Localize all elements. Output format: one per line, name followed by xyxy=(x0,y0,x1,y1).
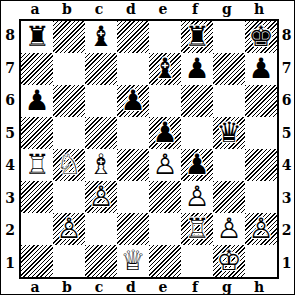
square-d7[interactable] xyxy=(117,53,149,85)
chess-board: ♜♝♜♚♝♟♟♟♟♟♛♖♘♗♙♟♙♙♙♖♙♙♕♔ xyxy=(19,19,279,279)
piece-black-rook: ♜ xyxy=(184,21,209,53)
rank-label-4-right: 4 xyxy=(279,149,294,182)
square-e7[interactable]: ♝ xyxy=(149,53,181,85)
piece-black-pawn: ♟ xyxy=(248,53,273,85)
piece-white-bishop: ♗ xyxy=(88,149,113,181)
file-label-b-bottom: b xyxy=(51,279,83,294)
square-f2[interactable]: ♖ xyxy=(181,213,213,245)
square-c7[interactable] xyxy=(85,53,117,85)
file-label-a-bottom: a xyxy=(19,279,51,294)
file-labels-top: abcdefgh xyxy=(19,1,294,19)
piece-black-queen: ♛ xyxy=(216,117,241,149)
square-f7[interactable]: ♟ xyxy=(181,53,213,85)
square-c4[interactable]: ♗ xyxy=(85,149,117,181)
piece-black-bishop: ♝ xyxy=(152,53,177,85)
piece-white-pawn: ♙ xyxy=(248,213,273,245)
rank-labels-right: 87654321 xyxy=(279,19,294,279)
square-g2[interactable]: ♙ xyxy=(213,213,245,245)
rank-label-7-right: 7 xyxy=(279,52,294,85)
file-label-d-bottom: d xyxy=(115,279,147,294)
square-c2[interactable] xyxy=(85,213,117,245)
square-g6[interactable] xyxy=(213,85,245,117)
board-middle-strip: 87654321 ♜♝♜♚♝♟♟♟♟♟♛♖♘♗♙♟♙♙♙♖♙♙♕♔ 876543… xyxy=(1,19,294,279)
piece-black-rook: ♜ xyxy=(24,21,49,53)
rank-labels-left: 87654321 xyxy=(1,19,19,279)
square-b8[interactable] xyxy=(53,21,85,53)
piece-black-pawn: ♟ xyxy=(184,149,209,181)
file-label-a-top: a xyxy=(19,1,51,19)
square-a8[interactable]: ♜ xyxy=(21,21,53,53)
file-label-e-bottom: e xyxy=(147,279,179,294)
square-d3[interactable] xyxy=(117,181,149,213)
square-g4[interactable] xyxy=(213,149,245,181)
square-h7[interactable]: ♟ xyxy=(245,53,277,85)
square-e5[interactable]: ♟ xyxy=(149,117,181,149)
rank-label-5-left: 5 xyxy=(1,117,19,150)
square-b4[interactable]: ♘ xyxy=(53,149,85,181)
file-label-d-top: d xyxy=(115,1,147,19)
square-g7[interactable] xyxy=(213,53,245,85)
piece-white-pawn: ♙ xyxy=(152,149,177,181)
square-h1[interactable] xyxy=(245,245,277,277)
square-d8[interactable] xyxy=(117,21,149,53)
piece-white-rook: ♖ xyxy=(184,213,209,245)
square-a2[interactable] xyxy=(21,213,53,245)
square-a1[interactable] xyxy=(21,245,53,277)
rank-label-1-left: 1 xyxy=(1,247,19,280)
file-label-e-top: e xyxy=(147,1,179,19)
square-h5[interactable] xyxy=(245,117,277,149)
square-h8[interactable]: ♚ xyxy=(245,21,277,53)
piece-black-bishop: ♝ xyxy=(88,21,113,53)
square-e4[interactable]: ♙ xyxy=(149,149,181,181)
square-c3[interactable]: ♙ xyxy=(85,181,117,213)
rank-label-2-right: 2 xyxy=(279,214,294,247)
rank-label-8-right: 8 xyxy=(279,19,294,52)
rank-label-2-left: 2 xyxy=(1,214,19,247)
square-h4[interactable] xyxy=(245,149,277,181)
piece-white-pawn: ♙ xyxy=(184,181,209,213)
file-label-c-top: c xyxy=(83,1,115,19)
rank-label-1-right: 1 xyxy=(279,247,294,280)
piece-white-rook: ♖ xyxy=(24,149,49,181)
piece-white-queen: ♕ xyxy=(120,245,145,277)
file-label-g-bottom: g xyxy=(211,279,243,294)
file-label-b-top: b xyxy=(51,1,83,19)
square-a7[interactable] xyxy=(21,53,53,85)
square-d5[interactable] xyxy=(117,117,149,149)
square-b1[interactable] xyxy=(53,245,85,277)
square-d4[interactable] xyxy=(117,149,149,181)
square-g3[interactable] xyxy=(213,181,245,213)
square-a4[interactable]: ♖ xyxy=(21,149,53,181)
square-d1[interactable]: ♕ xyxy=(117,245,149,277)
piece-white-king: ♔ xyxy=(216,245,241,277)
rank-label-5-right: 5 xyxy=(279,117,294,150)
piece-black-pawn: ♟ xyxy=(120,85,145,117)
square-e8[interactable] xyxy=(149,21,181,53)
file-label-h-bottom: h xyxy=(243,279,275,294)
square-h6[interactable] xyxy=(245,85,277,117)
piece-black-pawn: ♟ xyxy=(152,117,177,149)
square-f5[interactable] xyxy=(181,117,213,149)
square-b6[interactable] xyxy=(53,85,85,117)
square-c6[interactable] xyxy=(85,85,117,117)
file-label-h-top: h xyxy=(243,1,275,19)
piece-white-pawn: ♙ xyxy=(216,213,241,245)
piece-black-pawn: ♟ xyxy=(184,53,209,85)
rank-label-7-left: 7 xyxy=(1,52,19,85)
chess-diagram: abcdefgh 87654321 ♜♝♜♚♝♟♟♟♟♟♛♖♘♗♙♟♙♙♙♖♙♙… xyxy=(0,0,295,295)
piece-black-king: ♚ xyxy=(248,21,273,53)
file-labels-bottom: abcdefgh xyxy=(19,279,294,294)
square-b3[interactable] xyxy=(53,181,85,213)
rank-label-8-left: 8 xyxy=(1,19,19,52)
square-b2[interactable]: ♙ xyxy=(53,213,85,245)
square-c8[interactable]: ♝ xyxy=(85,21,117,53)
square-f8[interactable]: ♜ xyxy=(181,21,213,53)
square-e1[interactable] xyxy=(149,245,181,277)
file-label-c-bottom: c xyxy=(83,279,115,294)
square-d2[interactable] xyxy=(117,213,149,245)
rank-label-3-right: 3 xyxy=(279,182,294,215)
square-a5[interactable] xyxy=(21,117,53,149)
piece-white-pawn: ♙ xyxy=(88,181,113,213)
file-label-g-top: g xyxy=(211,1,243,19)
square-b7[interactable] xyxy=(53,53,85,85)
piece-black-pawn: ♟ xyxy=(24,85,49,117)
square-f4[interactable]: ♟ xyxy=(181,149,213,181)
rank-label-4-left: 4 xyxy=(1,149,19,182)
square-b5[interactable] xyxy=(53,117,85,149)
square-g8[interactable] xyxy=(213,21,245,53)
square-g5[interactable]: ♛ xyxy=(213,117,245,149)
square-f3[interactable]: ♙ xyxy=(181,181,213,213)
square-h2[interactable]: ♙ xyxy=(245,213,277,245)
square-c1[interactable] xyxy=(85,245,117,277)
rank-label-6-left: 6 xyxy=(1,84,19,117)
square-c5[interactable] xyxy=(85,117,117,149)
square-e3[interactable] xyxy=(149,181,181,213)
rank-label-6-right: 6 xyxy=(279,84,294,117)
file-label-f-top: f xyxy=(179,1,211,19)
square-d6[interactable]: ♟ xyxy=(117,85,149,117)
square-a3[interactable] xyxy=(21,181,53,213)
square-h3[interactable] xyxy=(245,181,277,213)
square-e2[interactable] xyxy=(149,213,181,245)
square-f1[interactable] xyxy=(181,245,213,277)
square-a6[interactable]: ♟ xyxy=(21,85,53,117)
piece-white-pawn: ♙ xyxy=(56,213,81,245)
square-g1[interactable]: ♔ xyxy=(213,245,245,277)
rank-label-3-left: 3 xyxy=(1,182,19,215)
square-f6[interactable] xyxy=(181,85,213,117)
square-e6[interactable] xyxy=(149,85,181,117)
piece-white-knight: ♘ xyxy=(56,149,81,181)
file-label-f-bottom: f xyxy=(179,279,211,294)
